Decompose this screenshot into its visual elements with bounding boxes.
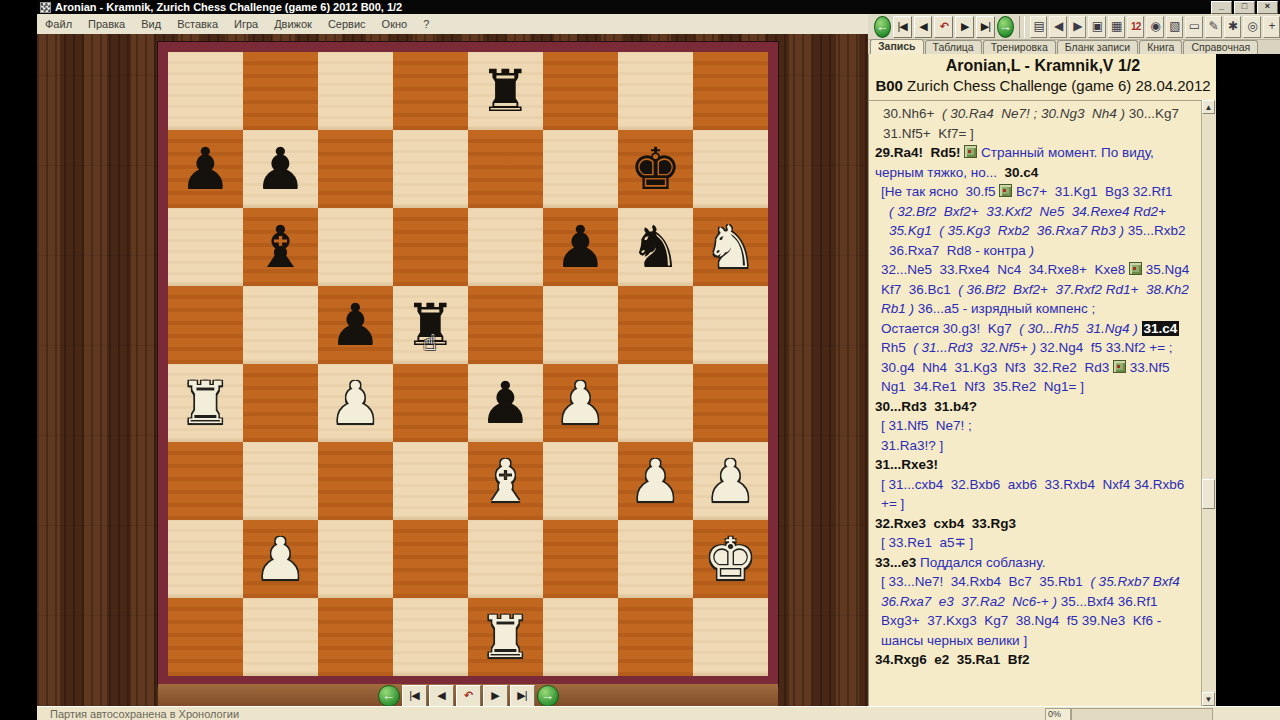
menu-item-Вид[interactable]: Вид — [133, 16, 169, 32]
tab-Тренировка[interactable]: Тренировка — [983, 40, 1056, 54]
pen-button[interactable]: ✎ — [1205, 16, 1222, 38]
tab-Книга[interactable]: Книга — [1139, 40, 1182, 54]
save-button[interactable]: ▣ — [1088, 16, 1105, 38]
board-frame: ♜♟♟♚♝♟♞♞♟♜♜♟♟♟♝♟♟♟♚♜☝ — [158, 42, 778, 686]
white-pawn-piece[interactable]: ♟ — [330, 374, 382, 432]
window-title: Aronian - Kramnik, Zurich Chess Challeng… — [55, 1, 402, 13]
chess-board[interactable]: ♜♟♟♚♝♟♞♞♟♜♜♟♟♟♝♟♟♟♚♜☝ — [168, 52, 768, 676]
progress-percent: 0% — [1045, 708, 1071, 720]
notation-paragraph: 30.Nh6+ ( 30.Ra4 Ne7! ; 30.Ng3 Nh4 ) 30.… — [875, 104, 1201, 143]
move-text[interactable]: Bc7+ 31.Kg1 Bg3 32.Rf1 — [1012, 184, 1172, 199]
square-c8[interactable] — [318, 52, 393, 130]
white-pawn-piece[interactable]: ♟ — [255, 530, 307, 588]
square-b4[interactable] — [243, 364, 318, 442]
black-king-piece[interactable]: ♚ — [630, 140, 682, 198]
game-header: Aronian,L - Kramnik,V 1/2 B00 Zurich Che… — [869, 54, 1217, 101]
status-message: Партия автосохранена в Хронологии — [50, 708, 239, 720]
move-text[interactable]: 32.Ng4 f5 33.Nf2 += ; — [1036, 340, 1173, 355]
move-text[interactable]: ) — [1030, 243, 1035, 258]
move-text[interactable]: Поддался соблазну. — [916, 555, 1045, 570]
minimize-button[interactable]: _ — [1211, 1, 1232, 14]
tab-Справочная[interactable]: Справочная — [1183, 40, 1258, 54]
square-f5[interactable] — [543, 286, 618, 364]
notation-paragraph: ( 32.Bf2 Bxf2+ 33.Kxf2 Ne5 34.Rexe4 Rd2+… — [875, 202, 1201, 261]
square-g3[interactable]: ♟ — [618, 442, 693, 520]
eraser-button[interactable]: ▭ — [1185, 16, 1202, 38]
tab-Запись[interactable]: Запись — [870, 39, 924, 54]
engine-button[interactable]: ◉ — [1146, 16, 1163, 38]
square-c5[interactable]: ♟ — [318, 286, 393, 364]
move-text[interactable]: [ 31...cxb4 32.Bxb6 axb6 33.Rxb4 Nxf4 34… — [881, 477, 1188, 512]
copy-button[interactable]: ▦ — [1108, 16, 1125, 38]
move-text[interactable]: 30.g4 Nh4 31.Kg3 Nf3 32.Re2 Rd3 — [881, 360, 1113, 375]
menu-bar: ФайлПравкаВидВставкаИграДвижокСервисОкно… — [37, 14, 868, 35]
notation-paragraph: [ 31.Nf5 Ne7! ; — [875, 416, 1201, 436]
white-bishop-piece[interactable]: ♝ — [480, 452, 532, 510]
black-pawn-piece[interactable]: ♟ — [255, 140, 307, 198]
notation-paragraph: Остается 30.g3! Kg7 ( 30...Rh5 31.Ng4 ) … — [875, 319, 1201, 358]
hand-cursor: ☝ — [423, 330, 436, 356]
square-h1[interactable] — [693, 598, 768, 676]
square-g2[interactable] — [618, 520, 693, 598]
square-g5[interactable] — [618, 286, 693, 364]
notation-paragraph: 30.g4 Nh4 31.Kg3 Nf3 32.Re2 Rd3 33.Nf5 N… — [875, 358, 1201, 397]
last-move-button[interactable]: ▶| — [510, 685, 535, 707]
title-bar[interactable]: Aronian - Kramnik, Zurich Chess Challeng… — [37, 0, 1280, 14]
move-text[interactable]: ( 30...Rh5 31.Ng4 ) — [1019, 321, 1138, 336]
toolbar-separator — [1019, 16, 1025, 38]
square-f3[interactable] — [543, 442, 618, 520]
settings-button[interactable]: ✱ — [1224, 16, 1241, 38]
move-text[interactable]: 29.Ra4! Rd5! — [875, 145, 964, 160]
panel-toolbar: ←|◀◀↶▶▶|→▤◀▶▣▦12◉▧▭✎✱◎+ — [868, 14, 1280, 40]
close-button[interactable]: × — [1257, 1, 1278, 14]
application-window: Aronian - Kramnik, Zurich Chess Challeng… — [0, 0, 1280, 720]
square-c3[interactable] — [318, 442, 393, 520]
menu-item-Вставка[interactable]: Вставка — [169, 16, 226, 32]
notation-scrollbar[interactable]: ▲ ▼ — [1201, 100, 1216, 706]
move-text[interactable]: 32...Ne5 33.Rxe4 Nc4 34.Rxe8+ Kxe8 — [881, 262, 1129, 277]
square-d3[interactable] — [393, 442, 468, 520]
event-text: Zurich Chess Challenge (game 6) 28.04.20… — [903, 77, 1211, 94]
scroll-up-arrow[interactable]: ▲ — [1202, 100, 1215, 114]
move-list[interactable]: 30.Nh6+ ( 30.Ra4 Ne7! ; 30.Ng3 Nh4 ) 30.… — [869, 100, 1203, 706]
left-letterbox-bar — [0, 0, 37, 720]
diagram-icon[interactable] — [1113, 360, 1126, 373]
move-number-button[interactable]: 12 — [1127, 16, 1144, 38]
move-text[interactable]: 33...e3 — [875, 555, 916, 570]
jump-start-button[interactable]: ← — [874, 16, 891, 38]
status-bar: Партия автосохранена в Хронологии 0% — [37, 706, 1280, 720]
diagram-icon[interactable] — [999, 184, 1012, 197]
square-b2[interactable]: ♟ — [243, 520, 318, 598]
move-text[interactable] — [1138, 321, 1142, 336]
move-text[interactable]: [Не так ясно 30.f5 — [881, 184, 999, 199]
move-text[interactable]: 30.c4 — [1005, 165, 1039, 180]
wood-background: ♜♟♟♚♝♟♞♞♟♜♜♟♟♟♝♟♟♟♚♜☝ ←|◀◀↶▶▶|→ — [37, 34, 868, 706]
square-e2[interactable] — [468, 520, 543, 598]
square-h5[interactable] — [693, 286, 768, 364]
black-knight-piece[interactable]: ♞ — [630, 218, 682, 276]
next-move-button[interactable]: ▶ — [483, 685, 508, 707]
current-move[interactable]: 31.c4 — [1142, 321, 1180, 336]
square-d4[interactable] — [393, 364, 468, 442]
square-c1[interactable] — [318, 598, 393, 676]
black-pawn-piece[interactable]: ♟ — [555, 218, 607, 276]
move-text[interactable]: 30.Nh6+ — [883, 106, 942, 121]
window-controls: _□× — [1211, 1, 1278, 14]
event-line: B00 Zurich Chess Challenge (game 6) 28.0… — [869, 77, 1217, 94]
square-a6[interactable] — [168, 208, 243, 286]
takeback-button[interactable]: ↶ — [456, 685, 481, 707]
diagram-icon[interactable] — [1129, 262, 1142, 275]
properties-button[interactable]: ▧ — [1166, 16, 1183, 38]
white-pawn-piece[interactable]: ♟ — [630, 452, 682, 510]
black-bishop-piece[interactable]: ♝ — [255, 218, 307, 276]
square-f7[interactable] — [543, 130, 618, 208]
notation-paragraph: [ 33.Re1 a5∓ ] — [875, 533, 1201, 553]
black-pawn-piece[interactable]: ♟ — [180, 140, 232, 198]
square-a5[interactable] — [168, 286, 243, 364]
notation-paragraph: 32...Ne5 33.Rxe4 Nc4 34.Rxe8+ Kxe8 35.Ng… — [875, 260, 1201, 319]
square-e1[interactable]: ♜ — [468, 598, 543, 676]
move-text[interactable]: 31...Rxe3! — [875, 457, 938, 472]
square-c2[interactable] — [318, 520, 393, 598]
square-g8[interactable] — [618, 52, 693, 130]
menu-item-Движок[interactable]: Движок — [266, 16, 320, 32]
square-h8[interactable] — [693, 52, 768, 130]
move-text[interactable]: [ 31.Nf5 Ne7! ; — [881, 418, 972, 433]
square-f2[interactable] — [543, 520, 618, 598]
notation-paragraph: [Не так ясно 30.f5 Bc7+ 31.Kg1 Bg3 32.Rf… — [875, 182, 1201, 202]
tab-Таблица[interactable]: Таблица — [925, 40, 982, 54]
square-d2[interactable] — [393, 520, 468, 598]
square-g1[interactable] — [618, 598, 693, 676]
board-navigation-toolbar: ←|◀◀↶▶▶|→ — [158, 684, 778, 708]
notation-paragraph: 34.Rxg6 e2 35.Ra1 Bf2 — [875, 650, 1201, 670]
square-f6[interactable]: ♟ — [543, 208, 618, 286]
square-c6[interactable] — [318, 208, 393, 286]
move-text[interactable]: 31.Ra3!? ] — [881, 438, 943, 453]
next-move-button[interactable]: ▶ — [955, 16, 974, 38]
notation-paragraph: 30...Rd3 31.b4? — [875, 397, 1201, 417]
square-d1[interactable] — [393, 598, 468, 676]
square-d6[interactable] — [393, 208, 468, 286]
menu-item-Правка[interactable]: Правка — [80, 16, 133, 32]
back-button[interactable]: ◀ — [1049, 16, 1066, 38]
square-e7[interactable] — [468, 130, 543, 208]
square-g6[interactable]: ♞ — [618, 208, 693, 286]
preview-button[interactable]: ◎ — [1243, 16, 1260, 38]
black-pawn-piece[interactable]: ♟ — [480, 374, 532, 432]
square-h3[interactable]: ♟ — [693, 442, 768, 520]
white-pawn-piece[interactable]: ♟ — [555, 374, 607, 432]
takeback-button[interactable]: ↶ — [934, 16, 953, 38]
menu-item-Файл[interactable]: Файл — [37, 16, 80, 32]
notation-paragraph: 29.Ra4! Rd5! Странный момент. По виду, ч… — [875, 143, 1201, 182]
scroll-down-arrow[interactable]: ▼ — [1202, 692, 1215, 706]
black-pawn-piece[interactable]: ♟ — [330, 296, 382, 354]
menu-item-?[interactable]: ? — [415, 16, 437, 32]
black-rook-piece[interactable]: ♜ — [480, 62, 532, 120]
notation-paragraph: 33...e3 Поддался соблазну. — [875, 553, 1201, 573]
square-e3[interactable]: ♝ — [468, 442, 543, 520]
menu-item-Игра[interactable]: Игра — [226, 16, 266, 32]
square-a8[interactable] — [168, 52, 243, 130]
move-text[interactable]: 36...a5 - изрядный компенс ; — [918, 301, 1095, 316]
square-b7[interactable]: ♟ — [243, 130, 318, 208]
tab-Бланк записи[interactable]: Бланк записи — [1057, 40, 1138, 54]
square-f1[interactable] — [543, 598, 618, 676]
notation-paragraph: [ 33...Ne7! 34.Rxb4 Bc7 35.Rb1 ( 35.Rxb7… — [875, 572, 1201, 650]
square-e5[interactable] — [468, 286, 543, 364]
square-b5[interactable] — [243, 286, 318, 364]
last-move-button[interactable]: ▶| — [976, 16, 995, 38]
square-h7[interactable] — [693, 130, 768, 208]
square-h4[interactable] — [693, 364, 768, 442]
square-f4[interactable]: ♟ — [543, 364, 618, 442]
square-g4[interactable] — [618, 364, 693, 442]
first-move-button[interactable]: |◀ — [402, 685, 427, 707]
white-king-piece[interactable]: ♚ — [705, 530, 757, 588]
notation-panel: Aronian,L - Kramnik,V 1/2 B00 Zurich Che… — [868, 54, 1216, 706]
menu-item-Окно[interactable]: Окно — [374, 16, 416, 32]
square-b8[interactable] — [243, 52, 318, 130]
move-text[interactable]: [ 33...Ne7! 34.Rxb4 Bc7 35.Rb1 — [881, 574, 1090, 589]
menu-item-Сервис[interactable]: Сервис — [320, 16, 374, 32]
square-e8[interactable]: ♜ — [468, 52, 543, 130]
square-d7[interactable] — [393, 130, 468, 208]
square-e4[interactable]: ♟ — [468, 364, 543, 442]
players-result: Aronian,L - Kramnik,V 1/2 — [869, 57, 1217, 75]
new-document-button[interactable]: ▤ — [1030, 16, 1047, 38]
move-text[interactable]: Остается 30.g3! Kg7 — [881, 321, 1019, 336]
eco-code: B00 — [875, 77, 903, 94]
move-text[interactable]: 32.Rxe3 cxb4 33.Rg3 — [875, 516, 1016, 531]
notation-paragraph: [ 31...cxb4 32.Bxb6 axb6 33.Rxb4 Nxf4 34… — [875, 475, 1201, 514]
square-c7[interactable] — [318, 130, 393, 208]
jump-end-button[interactable]: → — [537, 685, 559, 707]
square-a2[interactable] — [168, 520, 243, 598]
notation-paragraph: 31.Ra3!? ] — [875, 436, 1201, 456]
add-button[interactable]: + — [1263, 16, 1280, 38]
square-b3[interactable] — [243, 442, 318, 520]
scroll-thumb[interactable] — [1202, 479, 1215, 509]
prev-move-button[interactable]: ◀ — [429, 685, 454, 707]
square-c4[interactable]: ♟ — [318, 364, 393, 442]
square-b6[interactable]: ♝ — [243, 208, 318, 286]
white-rook-piece[interactable]: ♜ — [180, 374, 232, 432]
square-a4[interactable]: ♜ — [168, 364, 243, 442]
square-a1[interactable] — [168, 598, 243, 676]
move-text[interactable]: [ 33.Re1 a5∓ ] — [881, 535, 973, 550]
jump-start-button[interactable]: ← — [378, 685, 400, 707]
move-text[interactable]: ( 31...Rd3 32.Nf5+ ) — [913, 340, 1036, 355]
panel-tabs: ЗаписьТаблицаТренировкаБланк записиКнига… — [868, 40, 1280, 54]
app-chessboard-icon — [40, 2, 51, 13]
white-rook-piece[interactable]: ♜ — [480, 608, 532, 666]
white-knight-piece[interactable]: ♞ — [705, 218, 757, 276]
move-text[interactable]: 34.Rxg6 e2 35.Ra1 Bf2 — [875, 652, 1030, 667]
square-g7[interactable]: ♚ — [618, 130, 693, 208]
square-e6[interactable] — [468, 208, 543, 286]
square-h2[interactable]: ♚ — [693, 520, 768, 598]
jump-end-button[interactable]: → — [997, 16, 1014, 38]
diagram-icon[interactable] — [964, 145, 977, 158]
first-move-button[interactable]: |◀ — [893, 16, 912, 38]
square-a3[interactable] — [168, 442, 243, 520]
notation-paragraph: 31...Rxe3! — [875, 455, 1201, 475]
notation-paragraph: 32.Rxe3 cxb4 33.Rg3 — [875, 514, 1201, 534]
forward-button[interactable]: ▶ — [1069, 16, 1086, 38]
square-h6[interactable]: ♞ — [693, 208, 768, 286]
square-d8[interactable] — [393, 52, 468, 130]
square-f8[interactable] — [543, 52, 618, 130]
progress-bar — [1071, 708, 1213, 720]
move-text[interactable]: 30...Rd3 31.b4? — [875, 399, 977, 414]
white-pawn-piece[interactable]: ♟ — [705, 452, 757, 510]
square-b1[interactable] — [243, 598, 318, 676]
right-letterbox-bar — [1216, 54, 1280, 706]
move-text[interactable]: ( 30.Ra4 Ne7! ; 30.Ng3 Nh4 ) — [942, 106, 1129, 121]
square-a7[interactable]: ♟ — [168, 130, 243, 208]
restore-button[interactable]: □ — [1234, 1, 1255, 14]
prev-move-button[interactable]: ◀ — [914, 16, 933, 38]
